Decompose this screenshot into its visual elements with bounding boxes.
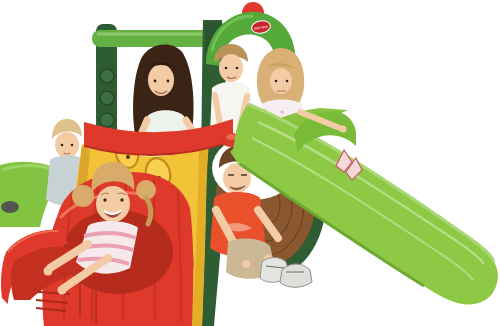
toddler-eye <box>71 144 74 147</box>
toddler-eye <box>61 144 64 147</box>
girl-tunnel-hand <box>44 267 53 276</box>
girl-platform-eye <box>167 80 170 83</box>
boy-platform-eye <box>236 67 239 70</box>
girl-slide-eye <box>275 80 278 83</box>
sneaker <box>280 264 312 287</box>
girl-slide-hand <box>339 125 346 132</box>
girl-slide-face <box>270 68 292 94</box>
girl-tunnel-hand <box>58 286 67 295</box>
girl-platform-eye <box>154 80 157 83</box>
post-dimple <box>100 69 114 83</box>
girl-tunnel-pigtail <box>72 185 94 207</box>
girl-tunnel-eye <box>103 198 106 201</box>
red-toy-top <box>226 134 236 140</box>
toddler-shoe <box>1 201 19 213</box>
girl-slide-eye <box>286 80 289 83</box>
post-dimple <box>100 91 114 105</box>
girl-platform-face <box>148 64 174 96</box>
boy-porthole-hand <box>242 260 250 268</box>
girl-tunnel-eye <box>120 198 123 201</box>
product-photo: little tikes <box>0 0 500 326</box>
boy-platform-eye <box>225 67 228 70</box>
post-dimple <box>100 113 114 127</box>
boy-platform-face <box>219 54 243 82</box>
